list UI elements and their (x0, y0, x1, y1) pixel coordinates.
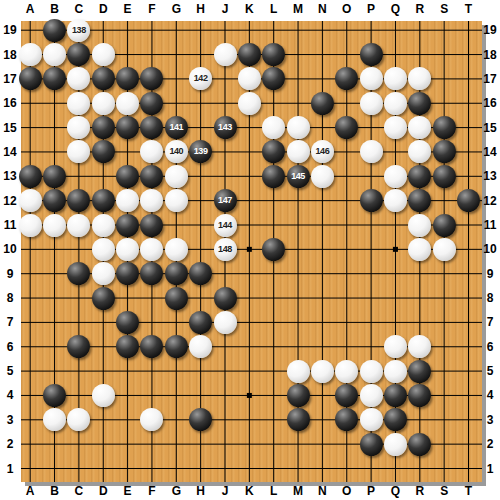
col-label-top-B: B (50, 2, 59, 16)
col-label-top-E: E (124, 2, 132, 16)
row-label-right-5: 5 (487, 364, 494, 378)
stone-black-Q4[interactable] (384, 384, 407, 407)
row-label-right-16: 16 (483, 96, 496, 110)
stone-white-Q12[interactable] (384, 189, 407, 212)
stone-white-P4[interactable] (360, 384, 383, 407)
row-label-left-4: 4 (7, 388, 14, 402)
stone-white-Q16[interactable] (384, 92, 407, 115)
stone-white-S10[interactable] (433, 238, 456, 261)
stone-white-A11[interactable] (19, 214, 42, 237)
col-label-top-Q: Q (391, 2, 400, 16)
stone-black-R5[interactable] (408, 360, 431, 383)
stone-white-P14[interactable] (360, 140, 383, 163)
stone-white-G10[interactable] (165, 238, 188, 261)
col-label-bottom-Q: Q (391, 484, 400, 498)
row-label-left-12: 12 (3, 194, 16, 208)
col-label-top-A: A (26, 2, 35, 16)
move-number-148: 148 (218, 245, 232, 254)
star-point-K10 (247, 247, 252, 252)
row-label-left-2: 2 (7, 437, 14, 451)
stone-black-M3[interactable] (287, 408, 310, 431)
col-label-top-N: N (318, 2, 327, 16)
row-label-right-6: 6 (487, 340, 494, 354)
stone-white-C19[interactable]: 138 (67, 19, 90, 42)
stone-white-M5[interactable] (287, 360, 310, 383)
stone-black-A17[interactable] (19, 67, 42, 90)
row-label-right-12: 12 (483, 194, 496, 208)
row-label-left-9: 9 (7, 267, 14, 281)
stone-black-P18[interactable] (360, 43, 383, 66)
row-label-right-11: 11 (484, 218, 497, 232)
stone-white-J7[interactable] (214, 311, 237, 334)
row-label-left-11: 11 (4, 218, 17, 232)
stone-white-B11[interactable] (43, 214, 66, 237)
stone-white-A12[interactable] (19, 189, 42, 212)
go-diagram: 138142141143140139146145147144148 AABBCC… (0, 0, 500, 500)
star-point-K4 (247, 393, 252, 398)
stone-black-T12[interactable] (457, 189, 480, 212)
col-label-top-H: H (196, 2, 205, 16)
stone-black-B19[interactable] (43, 19, 66, 42)
stone-black-H7[interactable] (189, 311, 212, 334)
row-label-right-1: 1 (487, 462, 494, 476)
stone-white-E16[interactable] (116, 92, 139, 115)
move-number-142: 142 (194, 74, 208, 83)
star-point-Q10 (393, 247, 398, 252)
row-label-left-16: 16 (3, 96, 16, 110)
col-label-top-M: M (293, 2, 303, 16)
col-label-top-K: K (245, 2, 254, 16)
col-label-bottom-L: L (270, 484, 277, 498)
stone-white-P16[interactable] (360, 92, 383, 115)
stone-black-D8[interactable] (92, 287, 115, 310)
col-label-bottom-K: K (245, 484, 254, 498)
stone-black-E11[interactable] (116, 214, 139, 237)
stone-white-C11[interactable] (67, 214, 90, 237)
col-label-bottom-C: C (75, 484, 84, 498)
stone-black-J12[interactable]: 147 (214, 189, 237, 212)
stone-white-Q13[interactable] (384, 165, 407, 188)
move-number-144: 144 (218, 221, 232, 230)
stone-white-D11[interactable] (92, 214, 115, 237)
stone-black-P2[interactable] (360, 433, 383, 456)
stone-black-E7[interactable] (116, 311, 139, 334)
stone-white-D16[interactable] (92, 92, 115, 115)
stone-black-R2[interactable] (408, 433, 431, 456)
row-label-right-3: 3 (487, 413, 494, 427)
stone-black-F11[interactable] (140, 214, 163, 237)
row-label-left-17: 17 (3, 72, 16, 86)
col-label-bottom-T: T (465, 484, 472, 498)
stone-white-D18[interactable] (92, 43, 115, 66)
col-label-bottom-F: F (148, 484, 155, 498)
col-label-bottom-J: J (222, 484, 229, 498)
row-label-right-15: 15 (483, 121, 496, 135)
stone-white-M15[interactable] (287, 116, 310, 139)
col-label-top-L: L (270, 2, 277, 16)
move-number-143: 143 (218, 123, 232, 132)
stone-white-J11[interactable]: 144 (214, 214, 237, 237)
row-label-left-5: 5 (7, 364, 14, 378)
stone-black-G9[interactable] (165, 262, 188, 285)
row-label-right-19: 19 (483, 23, 496, 37)
stone-black-D17[interactable] (92, 67, 115, 90)
stone-black-P12[interactable] (360, 189, 383, 212)
row-label-left-13: 13 (3, 169, 16, 183)
col-label-bottom-A: A (26, 484, 35, 498)
stone-black-L10[interactable] (262, 238, 285, 261)
stone-black-J8[interactable] (214, 287, 237, 310)
stone-white-Q15[interactable] (384, 116, 407, 139)
row-label-right-7: 7 (487, 315, 494, 329)
stone-black-R13[interactable] (408, 165, 431, 188)
row-label-right-4: 4 (487, 388, 494, 402)
stone-black-A13[interactable] (19, 165, 42, 188)
col-label-top-T: T (465, 2, 472, 16)
stone-black-N16[interactable] (311, 92, 334, 115)
row-label-right-10: 10 (483, 242, 496, 256)
row-label-left-7: 7 (7, 315, 14, 329)
stone-white-M14[interactable] (287, 140, 310, 163)
stone-black-K18[interactable] (238, 43, 261, 66)
row-label-right-14: 14 (483, 145, 496, 159)
move-number-146: 146 (315, 147, 329, 156)
stone-black-B4[interactable] (43, 384, 66, 407)
col-label-top-O: O (342, 2, 351, 16)
stone-white-O5[interactable] (335, 360, 358, 383)
stone-black-L13[interactable] (262, 165, 285, 188)
row-label-left-19: 19 (3, 23, 16, 37)
stone-black-G15[interactable]: 141 (165, 116, 188, 139)
col-label-top-R: R (415, 2, 424, 16)
row-label-right-9: 9 (487, 267, 494, 281)
stone-white-J10[interactable]: 148 (214, 238, 237, 261)
col-label-top-P: P (367, 2, 375, 16)
col-label-top-F: F (148, 2, 155, 16)
move-number-141: 141 (169, 123, 183, 132)
stone-white-G12[interactable] (165, 189, 188, 212)
stone-white-P5[interactable] (360, 360, 383, 383)
go-board[interactable]: 138142141143140139146145147144148 (21, 21, 482, 482)
stone-white-E10[interactable] (116, 238, 139, 261)
stone-white-P17[interactable] (360, 67, 383, 90)
stone-black-G8[interactable] (165, 287, 188, 310)
col-label-bottom-D: D (99, 484, 108, 498)
col-label-bottom-G: G (172, 484, 181, 498)
row-label-left-6: 6 (7, 340, 14, 354)
stone-black-R16[interactable] (408, 92, 431, 115)
stone-white-D4[interactable] (92, 384, 115, 407)
col-label-top-C: C (75, 2, 84, 16)
stone-black-S11[interactable] (433, 214, 456, 237)
col-label-bottom-O: O (342, 484, 351, 498)
row-label-left-3: 3 (7, 413, 14, 427)
col-label-bottom-H: H (196, 484, 205, 498)
row-label-right-13: 13 (483, 169, 496, 183)
stone-white-Q2[interactable] (384, 433, 407, 456)
stone-white-P3[interactable] (360, 408, 383, 431)
row-label-left-1: 1 (7, 462, 14, 476)
row-label-left-18: 18 (3, 48, 16, 62)
col-label-bottom-N: N (318, 484, 327, 498)
row-label-right-17: 17 (483, 72, 496, 86)
move-number-147: 147 (218, 196, 232, 205)
stone-white-J18[interactable] (214, 43, 237, 66)
col-label-top-S: S (440, 2, 448, 16)
stone-white-K16[interactable] (238, 92, 261, 115)
row-label-left-8: 8 (7, 291, 14, 305)
stone-white-Q5[interactable] (384, 360, 407, 383)
col-label-top-G: G (172, 2, 181, 16)
col-label-top-J: J (222, 2, 229, 16)
row-label-right-18: 18 (483, 48, 496, 62)
stone-black-B13[interactable] (43, 165, 66, 188)
col-label-bottom-B: B (50, 484, 59, 498)
move-number-140: 140 (169, 147, 183, 156)
stone-black-D15[interactable] (92, 116, 115, 139)
stone-white-D10[interactable] (92, 238, 115, 261)
col-label-bottom-R: R (415, 484, 424, 498)
stone-black-D12[interactable] (92, 189, 115, 212)
stone-black-S13[interactable] (433, 165, 456, 188)
stone-white-D9[interactable] (92, 262, 115, 285)
stone-white-G13[interactable] (165, 165, 188, 188)
stone-black-S15[interactable] (433, 116, 456, 139)
col-label-top-D: D (99, 2, 108, 16)
row-label-right-8: 8 (487, 291, 494, 305)
stone-white-A18[interactable] (19, 43, 42, 66)
stone-black-M13[interactable]: 145 (287, 165, 310, 188)
move-number-138: 138 (72, 26, 86, 35)
col-label-bottom-E: E (124, 484, 132, 498)
stone-black-M4[interactable] (287, 384, 310, 407)
stone-white-R11[interactable] (408, 214, 431, 237)
stone-white-C16[interactable] (67, 92, 90, 115)
stone-white-N13[interactable] (311, 165, 334, 188)
row-label-left-10: 10 (3, 242, 16, 256)
col-label-bottom-S: S (440, 484, 448, 498)
stone-white-N5[interactable] (311, 360, 334, 383)
row-label-left-14: 14 (3, 145, 16, 159)
stone-black-E13[interactable] (116, 165, 139, 188)
stone-white-B18[interactable] (43, 43, 66, 66)
stone-black-J15[interactable]: 143 (214, 116, 237, 139)
col-label-bottom-P: P (367, 484, 375, 498)
move-number-145: 145 (291, 172, 305, 181)
stone-black-G6[interactable] (165, 335, 188, 358)
move-number-139: 139 (194, 147, 208, 156)
stone-white-R10[interactable] (408, 238, 431, 261)
row-label-left-15: 15 (3, 121, 16, 135)
col-label-bottom-M: M (293, 484, 303, 498)
stone-black-S14[interactable] (433, 140, 456, 163)
row-label-right-2: 2 (487, 437, 494, 451)
